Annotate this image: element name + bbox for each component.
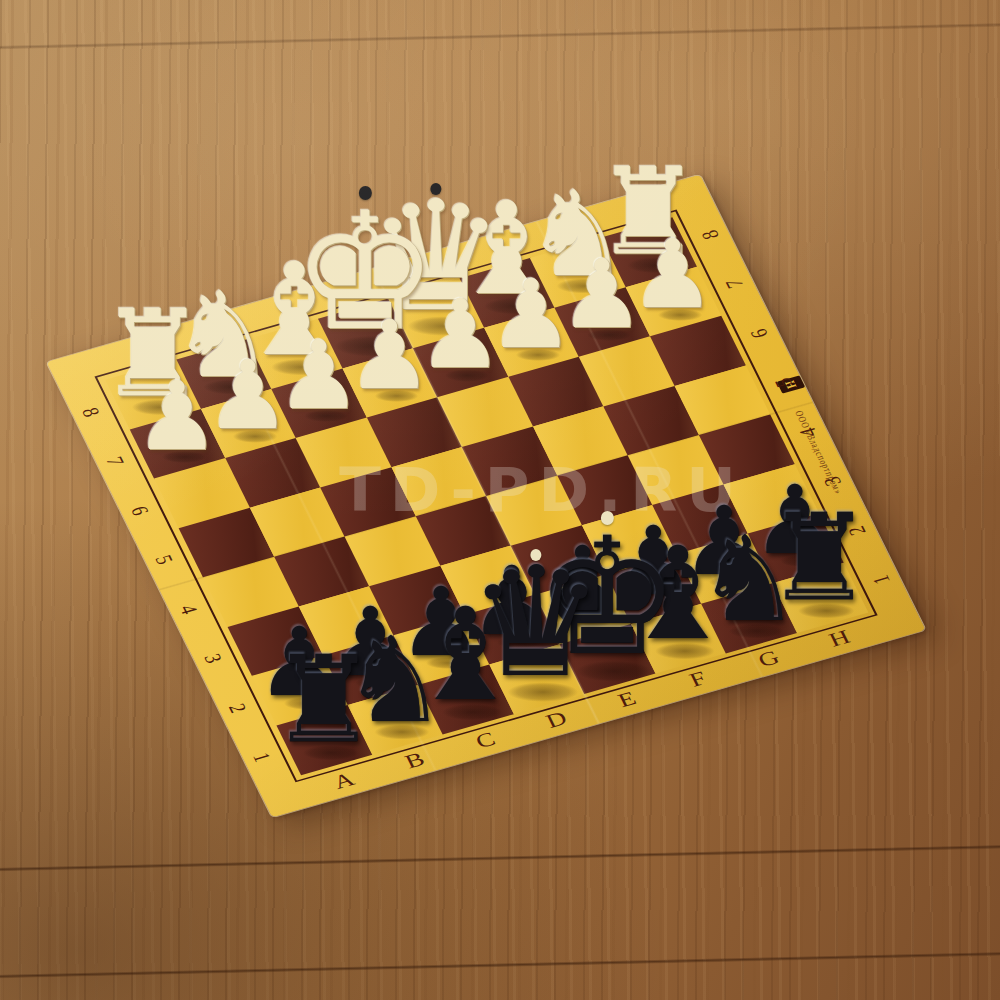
rank-label-3-left: 3 bbox=[198, 651, 228, 666]
wood-plank-seam bbox=[0, 844, 1000, 872]
chess-photo-scene: Н ООО «Владспортпром» ABCDEFGH8877665544… bbox=[0, 0, 1000, 1000]
rank-label-1-left: 1 bbox=[247, 750, 277, 765]
file-label-h: H bbox=[825, 626, 854, 652]
file-label-c: C bbox=[472, 727, 500, 753]
rank-label-7-right: 7 bbox=[720, 276, 750, 291]
rank-label-4-left: 4 bbox=[174, 602, 204, 617]
rank-label-8-left: 8 bbox=[76, 405, 106, 420]
rank-label-6-right: 6 bbox=[744, 325, 774, 340]
rank-label-8-right: 8 bbox=[696, 227, 726, 242]
rank-label-7-left: 7 bbox=[100, 454, 130, 469]
wood-plank-seam bbox=[0, 22, 1000, 50]
file-label-d: D bbox=[542, 707, 571, 733]
file-label-a: A bbox=[330, 768, 359, 794]
rank-label-2-left: 2 bbox=[222, 701, 252, 716]
file-label-g: G bbox=[754, 646, 783, 672]
wood-plank-seam bbox=[0, 951, 1000, 979]
file-label-e: E bbox=[614, 687, 640, 712]
rank-label-6-left: 6 bbox=[125, 503, 155, 518]
rank-label-5-left: 5 bbox=[149, 553, 179, 568]
file-label-b: B bbox=[401, 748, 429, 774]
file-label-f: F bbox=[686, 667, 711, 692]
